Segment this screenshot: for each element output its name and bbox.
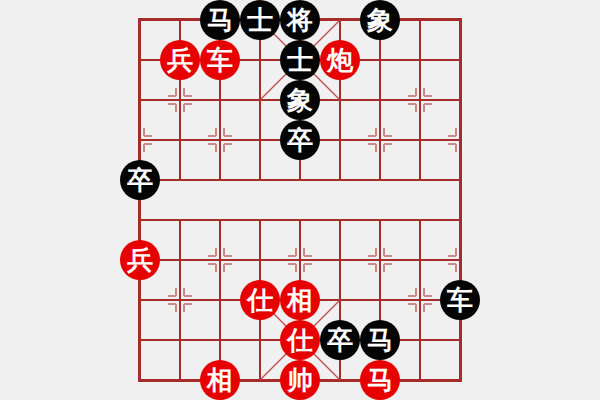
black-soldier[interactable]: 卒 [320,320,360,360]
red-elephant[interactable]: 相 [280,280,320,320]
black-soldier[interactable]: 卒 [280,120,320,160]
red-advisor[interactable]: 仕 [240,280,280,320]
black-horse[interactable]: 马 [360,320,400,360]
black-advisor[interactable]: 士 [280,40,320,80]
red-soldier[interactable]: 兵 [120,240,160,280]
black-advisor[interactable]: 士 [240,0,280,40]
red-horse[interactable]: 马 [360,360,400,400]
red-advisor[interactable]: 仕 [280,320,320,360]
red-chariot[interactable]: 车 [200,40,240,80]
xiangqi-board: 马士将象兵车士炮象卒卒兵仕相车仕卒马相帅马 [0,0,600,400]
red-general[interactable]: 帅 [280,360,320,400]
red-elephant[interactable]: 相 [200,360,240,400]
black-general[interactable]: 将 [280,0,320,40]
black-soldier[interactable]: 卒 [120,160,160,200]
black-chariot[interactable]: 车 [440,280,480,320]
black-elephant[interactable]: 象 [280,80,320,120]
red-cannon[interactable]: 炮 [320,40,360,80]
piece-grid: 马士将象兵车士炮象卒卒兵仕相车仕卒马相帅马 [120,0,480,400]
black-elephant[interactable]: 象 [360,0,400,40]
red-soldier[interactable]: 兵 [160,40,200,80]
black-horse[interactable]: 马 [200,0,240,40]
